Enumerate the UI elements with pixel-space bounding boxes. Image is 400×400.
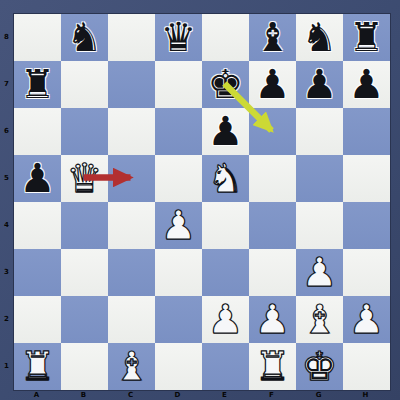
white-bishop-c1[interactable]: ♝: [108, 343, 155, 390]
square-b8[interactable]: ♞: [61, 14, 108, 61]
square-g7[interactable]: ♟: [296, 61, 343, 108]
black-pawn-a5[interactable]: ♟: [14, 155, 61, 202]
chess-diagram: ♞♛♝♞♜♜♚♟♟♟♟♟♛♞♟♟♟♟♝♟♜♝♜♚ 87654321 ABCDEF…: [0, 0, 400, 400]
rank-label-4: 4: [0, 201, 13, 248]
file-label-e: E: [201, 389, 248, 400]
square-b2[interactable]: [61, 296, 108, 343]
square-c1[interactable]: ♝: [108, 343, 155, 390]
black-pawn-g7[interactable]: ♟: [296, 61, 343, 108]
rank-label-1: 1: [0, 342, 13, 389]
square-f4[interactable]: [249, 202, 296, 249]
square-c4[interactable]: [108, 202, 155, 249]
square-e8[interactable]: [202, 14, 249, 61]
square-e2[interactable]: ♟: [202, 296, 249, 343]
rank-label-5: 5: [0, 154, 13, 201]
square-e7[interactable]: ♚: [202, 61, 249, 108]
square-a4[interactable]: [14, 202, 61, 249]
white-knight-e5[interactable]: ♞: [202, 155, 249, 202]
black-knight-b8[interactable]: ♞: [61, 14, 108, 61]
square-d4[interactable]: ♟: [155, 202, 202, 249]
square-a1[interactable]: ♜: [14, 343, 61, 390]
square-h1[interactable]: [343, 343, 390, 390]
rank-label-2: 2: [0, 295, 13, 342]
white-rook-a1[interactable]: ♜: [14, 343, 61, 390]
white-pawn-e2[interactable]: ♟: [202, 296, 249, 343]
rank-label-6: 6: [0, 107, 13, 154]
square-b1[interactable]: [61, 343, 108, 390]
square-a7[interactable]: ♜: [14, 61, 61, 108]
square-f5[interactable]: [249, 155, 296, 202]
file-label-g: G: [295, 389, 342, 400]
square-b3[interactable]: [61, 249, 108, 296]
square-b6[interactable]: [61, 108, 108, 155]
square-f3[interactable]: [249, 249, 296, 296]
square-h8[interactable]: ♜: [343, 14, 390, 61]
square-c5[interactable]: [108, 155, 155, 202]
square-a6[interactable]: [14, 108, 61, 155]
chess-board: ♞♛♝♞♜♜♚♟♟♟♟♟♛♞♟♟♟♟♝♟♜♝♜♚: [13, 13, 391, 391]
square-h3[interactable]: [343, 249, 390, 296]
white-pawn-h2[interactable]: ♟: [343, 296, 390, 343]
file-label-h: H: [342, 389, 389, 400]
square-c8[interactable]: [108, 14, 155, 61]
square-c6[interactable]: [108, 108, 155, 155]
black-queen-d8[interactable]: ♛: [155, 14, 202, 61]
file-label-a: A: [13, 389, 60, 400]
square-a2[interactable]: [14, 296, 61, 343]
file-label-f: F: [248, 389, 295, 400]
square-b4[interactable]: [61, 202, 108, 249]
square-e3[interactable]: [202, 249, 249, 296]
rank-label-8: 8: [0, 13, 13, 60]
square-c3[interactable]: [108, 249, 155, 296]
file-label-c: C: [107, 389, 154, 400]
white-rook-f1[interactable]: ♜: [249, 343, 296, 390]
black-bishop-f8[interactable]: ♝: [249, 14, 296, 61]
square-a3[interactable]: [14, 249, 61, 296]
square-d1[interactable]: [155, 343, 202, 390]
square-g8[interactable]: ♞: [296, 14, 343, 61]
square-d7[interactable]: [155, 61, 202, 108]
square-a8[interactable]: [14, 14, 61, 61]
white-bishop-g2[interactable]: ♝: [296, 296, 343, 343]
square-d5[interactable]: [155, 155, 202, 202]
square-d3[interactable]: [155, 249, 202, 296]
square-d8[interactable]: ♛: [155, 14, 202, 61]
square-h5[interactable]: [343, 155, 390, 202]
square-g4[interactable]: [296, 202, 343, 249]
black-king-e7[interactable]: ♚: [202, 61, 249, 108]
square-f7[interactable]: ♟: [249, 61, 296, 108]
white-pawn-f2[interactable]: ♟: [249, 296, 296, 343]
rank-label-3: 3: [0, 248, 13, 295]
square-c7[interactable]: [108, 61, 155, 108]
rank-label-7: 7: [0, 60, 13, 107]
square-f1[interactable]: ♜: [249, 343, 296, 390]
file-labels: ABCDEFGH: [13, 389, 389, 400]
white-pawn-g3[interactable]: ♟: [296, 249, 343, 296]
file-label-b: B: [60, 389, 107, 400]
square-e6[interactable]: ♟: [202, 108, 249, 155]
square-e5[interactable]: ♞: [202, 155, 249, 202]
file-label-d: D: [154, 389, 201, 400]
square-f6[interactable]: [249, 108, 296, 155]
square-b5[interactable]: ♛: [61, 155, 108, 202]
black-rook-h8[interactable]: ♜: [343, 14, 390, 61]
square-b7[interactable]: [61, 61, 108, 108]
square-d2[interactable]: [155, 296, 202, 343]
black-pawn-h7[interactable]: ♟: [343, 61, 390, 108]
square-g2[interactable]: ♝: [296, 296, 343, 343]
square-h6[interactable]: [343, 108, 390, 155]
square-d6[interactable]: [155, 108, 202, 155]
square-g1[interactable]: ♚: [296, 343, 343, 390]
square-e1[interactable]: [202, 343, 249, 390]
white-pawn-d4[interactable]: ♟: [155, 202, 202, 249]
square-h4[interactable]: [343, 202, 390, 249]
black-rook-a7[interactable]: ♜: [14, 61, 61, 108]
square-g3[interactable]: ♟: [296, 249, 343, 296]
white-king-g1[interactable]: ♚: [296, 343, 343, 390]
square-g6[interactable]: [296, 108, 343, 155]
black-knight-g8[interactable]: ♞: [296, 14, 343, 61]
square-g5[interactable]: [296, 155, 343, 202]
square-a5[interactable]: ♟: [14, 155, 61, 202]
square-h2[interactable]: ♟: [343, 296, 390, 343]
rank-labels: 87654321: [0, 13, 13, 389]
square-e4[interactable]: [202, 202, 249, 249]
white-queen-b5[interactable]: ♛: [61, 155, 108, 202]
black-pawn-e6[interactable]: ♟: [202, 108, 249, 155]
black-pawn-f7[interactable]: ♟: [249, 61, 296, 108]
square-h7[interactable]: ♟: [343, 61, 390, 108]
square-f8[interactable]: ♝: [249, 14, 296, 61]
square-f2[interactable]: ♟: [249, 296, 296, 343]
square-c2[interactable]: [108, 296, 155, 343]
